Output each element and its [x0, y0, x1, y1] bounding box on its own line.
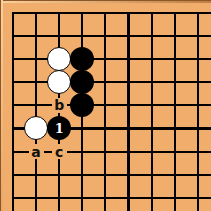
black-stone — [70, 47, 94, 71]
white-stone — [47, 47, 71, 71]
go-board: 1bac — [1, 1, 209, 209]
black-stone — [70, 93, 94, 117]
board-frame-left-edge — [0, 0, 3, 211]
black-stone: 1 — [47, 116, 71, 140]
move-number: 1 — [55, 121, 64, 134]
black-stone — [70, 70, 94, 94]
go-corner-diagram: 1bac — [0, 0, 211, 211]
point-label-a: a — [29, 144, 44, 159]
point-label-c: c — [52, 144, 67, 159]
white-stone — [24, 116, 48, 140]
board-frame-top-edge — [0, 0, 211, 3]
white-stone — [47, 70, 71, 94]
point-label-b: b — [52, 98, 67, 113]
